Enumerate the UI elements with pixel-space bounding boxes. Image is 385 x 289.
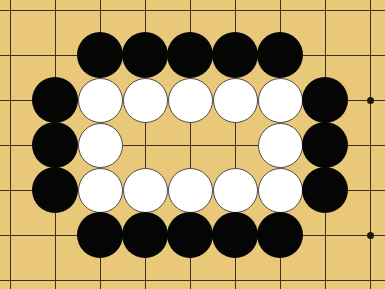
- stone-black[interactable]: [167, 32, 213, 78]
- board-intersection[interactable]: [258, 0, 303, 33]
- board-intersection[interactable]: [168, 213, 213, 258]
- board-intersection[interactable]: [0, 168, 33, 213]
- board-intersection[interactable]: [213, 123, 258, 168]
- stone-black[interactable]: [77, 32, 123, 78]
- board-intersection[interactable]: [303, 168, 348, 213]
- board-intersection[interactable]: [258, 213, 303, 258]
- stone-white[interactable]: [123, 168, 168, 213]
- board-intersection[interactable]: [348, 33, 385, 78]
- board-intersection[interactable]: [303, 123, 348, 168]
- board-intersection[interactable]: [168, 123, 213, 168]
- board-intersection[interactable]: [78, 33, 123, 78]
- stone-white[interactable]: [168, 78, 213, 123]
- stone-black[interactable]: [77, 212, 123, 258]
- board-intersection[interactable]: [348, 258, 385, 289]
- stone-black[interactable]: [257, 32, 303, 78]
- stone-black[interactable]: [302, 77, 348, 123]
- board-intersection[interactable]: [33, 168, 78, 213]
- board-intersection[interactable]: [168, 33, 213, 78]
- stone-white[interactable]: [213, 168, 258, 213]
- board-intersection[interactable]: [213, 258, 258, 289]
- star-point-marker: [367, 97, 374, 104]
- board-intersection[interactable]: [123, 213, 168, 258]
- board-intersection[interactable]: [213, 78, 258, 123]
- stone-black[interactable]: [32, 77, 78, 123]
- board-intersection[interactable]: [348, 78, 385, 123]
- stone-white[interactable]: [213, 78, 258, 123]
- board-intersection[interactable]: [303, 33, 348, 78]
- board-intersection[interactable]: [303, 0, 348, 33]
- board-intersection[interactable]: [123, 0, 168, 33]
- board-intersection[interactable]: [258, 78, 303, 123]
- board-intersection[interactable]: [0, 213, 33, 258]
- stone-black[interactable]: [122, 212, 168, 258]
- board-intersection[interactable]: [33, 33, 78, 78]
- board-intersection[interactable]: [0, 33, 33, 78]
- board-intersection[interactable]: [33, 78, 78, 123]
- board-intersection[interactable]: [303, 78, 348, 123]
- board-intersection[interactable]: [348, 123, 385, 168]
- board-intersection[interactable]: [168, 258, 213, 289]
- board-intersection[interactable]: [123, 33, 168, 78]
- board-intersection[interactable]: [123, 123, 168, 168]
- stone-white[interactable]: [78, 168, 123, 213]
- board-intersection[interactable]: [303, 258, 348, 289]
- stone-white[interactable]: [123, 78, 168, 123]
- board-intersection[interactable]: [258, 33, 303, 78]
- stone-white[interactable]: [78, 123, 123, 168]
- stone-white[interactable]: [258, 78, 303, 123]
- board-intersection[interactable]: [78, 0, 123, 33]
- stone-white[interactable]: [168, 168, 213, 213]
- stone-white[interactable]: [258, 123, 303, 168]
- board-intersection[interactable]: [348, 0, 385, 33]
- stone-black[interactable]: [257, 212, 303, 258]
- board-intersection[interactable]: [78, 213, 123, 258]
- board-intersection[interactable]: [258, 258, 303, 289]
- board-intersection[interactable]: [168, 168, 213, 213]
- board-intersection[interactable]: [0, 0, 33, 33]
- stone-black[interactable]: [167, 212, 213, 258]
- stone-black[interactable]: [212, 212, 258, 258]
- board-intersection[interactable]: [213, 213, 258, 258]
- board-intersection[interactable]: [78, 168, 123, 213]
- board-intersection[interactable]: [123, 168, 168, 213]
- go-board: [0, 0, 385, 289]
- board-intersection[interactable]: [303, 213, 348, 258]
- board-intersection[interactable]: [123, 78, 168, 123]
- stone-black[interactable]: [122, 32, 168, 78]
- board-intersection[interactable]: [168, 0, 213, 33]
- board-intersection[interactable]: [213, 33, 258, 78]
- board-grid: [0, 0, 385, 289]
- stone-black[interactable]: [32, 167, 78, 213]
- board-intersection[interactable]: [33, 0, 78, 33]
- board-intersection[interactable]: [213, 0, 258, 33]
- stone-black[interactable]: [32, 122, 78, 168]
- board-intersection[interactable]: [33, 123, 78, 168]
- board-intersection[interactable]: [258, 168, 303, 213]
- board-intersection[interactable]: [123, 258, 168, 289]
- board-intersection[interactable]: [33, 258, 78, 289]
- stone-black[interactable]: [302, 122, 348, 168]
- board-intersection[interactable]: [168, 78, 213, 123]
- board-intersection[interactable]: [0, 78, 33, 123]
- board-intersection[interactable]: [0, 123, 33, 168]
- board-intersection[interactable]: [348, 213, 385, 258]
- board-intersection[interactable]: [0, 258, 33, 289]
- board-intersection[interactable]: [78, 258, 123, 289]
- board-intersection[interactable]: [33, 213, 78, 258]
- stone-white[interactable]: [78, 78, 123, 123]
- star-point-marker: [367, 232, 374, 239]
- stone-black[interactable]: [212, 32, 258, 78]
- stone-black[interactable]: [302, 167, 348, 213]
- board-intersection[interactable]: [78, 78, 123, 123]
- stone-white[interactable]: [258, 168, 303, 213]
- board-intersection[interactable]: [348, 168, 385, 213]
- board-intersection[interactable]: [78, 123, 123, 168]
- board-intersection[interactable]: [213, 168, 258, 213]
- board-intersection[interactable]: [258, 123, 303, 168]
